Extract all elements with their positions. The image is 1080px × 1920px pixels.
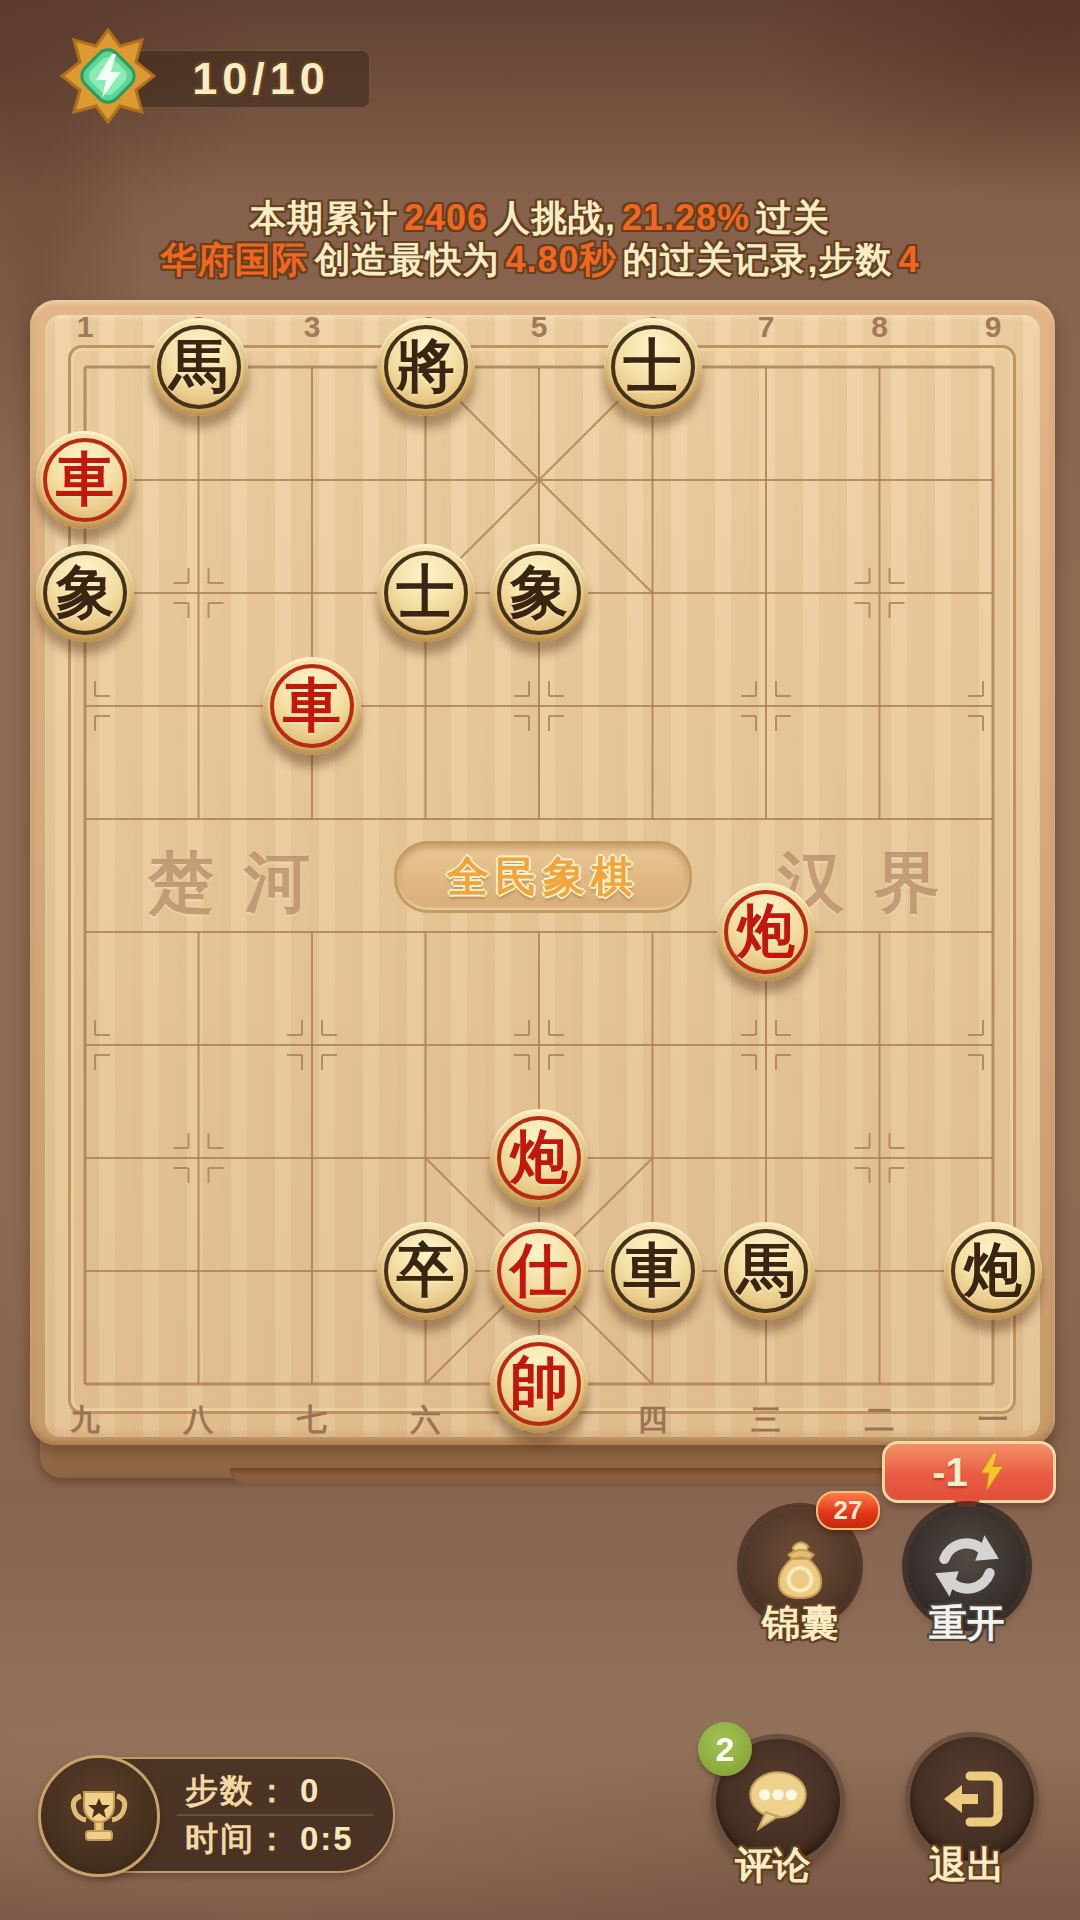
record-stats-line: 华府国际创造最快为4.80秒的过关记录,步数4 (0, 236, 1080, 285)
piece-red-帥-f5r9[interactable]: 帥 (490, 1335, 588, 1433)
stats1-challengers: 2406 (404, 197, 488, 238)
stats2-steps: 4 (899, 239, 920, 280)
restart-cost-value: -1 (932, 1450, 968, 1495)
steps-value: 0 (300, 1772, 320, 1809)
steps-label: 步数： (185, 1772, 290, 1809)
piece-glyph: 卒 (397, 1241, 455, 1299)
piece-black-馬-f2r0[interactable]: 馬 (150, 318, 248, 416)
comments-label: 评论 (705, 1840, 841, 1891)
energy-counter[interactable]: 10/10 (60, 28, 380, 124)
piece-glyph: 馬 (170, 337, 228, 395)
piece-black-炮-f9r8[interactable]: 炮 (944, 1222, 1042, 1320)
piece-black-象-f1r2[interactable]: 象 (36, 544, 134, 642)
piece-red-車-f3r3[interactable]: 車 (263, 657, 361, 755)
restart-cost-badge: -1 (882, 1441, 1056, 1503)
river-label-left: 楚河 (148, 838, 340, 928)
restart-label: 重开 (903, 1598, 1031, 1649)
piece-glyph: 將 (397, 337, 455, 395)
piece-red-車-f1r1[interactable]: 車 (36, 431, 134, 529)
piece-red-炮-f7r5[interactable]: 炮 (717, 883, 815, 981)
file-label-bottom-八: 八 (169, 1400, 229, 1441)
file-label-bottom-三: 三 (736, 1400, 796, 1441)
time-row: 时间：0:5 (185, 1815, 385, 1863)
piece-black-象-f5r2[interactable]: 象 (490, 544, 588, 642)
piece-glyph: 象 (510, 563, 568, 621)
piece-black-卒-f4r8[interactable]: 卒 (377, 1222, 475, 1320)
file-label-top-1: 1 (55, 310, 115, 344)
piece-glyph: 炮 (737, 902, 795, 960)
piece-glyph: 車 (283, 676, 341, 734)
exit-label: 退出 (899, 1840, 1035, 1891)
piece-glyph: 炮 (510, 1128, 568, 1186)
energy-gem-icon (60, 28, 156, 124)
piece-glyph: 士 (624, 337, 682, 395)
app-title-text: 全民象棋 (447, 849, 639, 905)
piece-glyph: 象 (56, 563, 114, 621)
trophy-badge (38, 1755, 160, 1877)
piece-black-士-f6r0[interactable]: 士 (604, 318, 702, 416)
xiangqi-board[interactable]: 123456789 九八七六五四三二一 楚河 汉界 全民象棋 馬將士象士象卒車馬… (30, 300, 1055, 1490)
stats2-time: 4.80秒 (505, 239, 616, 280)
stats1-prefix: 本期累计 (250, 197, 398, 238)
file-label-bottom-九: 九 (55, 1400, 115, 1441)
file-label-top-7: 7 (736, 310, 796, 344)
file-label-top-5: 5 (509, 310, 569, 344)
speech-bubble-icon (740, 1763, 816, 1839)
piece-black-馬-f7r8[interactable]: 馬 (717, 1222, 815, 1320)
stats1-suffix: 过关 (756, 197, 830, 238)
trophy-icon (67, 1784, 131, 1848)
energy-value: 10/10 (152, 50, 370, 108)
file-label-bottom-六: 六 (396, 1400, 456, 1441)
file-label-top-9: 9 (963, 310, 1023, 344)
piece-red-炮-f5r7[interactable]: 炮 (490, 1109, 588, 1207)
file-label-bottom-一: 一 (963, 1400, 1023, 1441)
piece-glyph: 士 (397, 563, 455, 621)
stats1-passrate: 21.28% (622, 197, 750, 238)
hint-count-badge: 27 (816, 1491, 880, 1530)
file-label-top-3: 3 (282, 310, 342, 344)
file-label-bottom-四: 四 (623, 1400, 683, 1441)
comments-count-badge: 2 (698, 1722, 752, 1776)
exit-icon (936, 1763, 1008, 1835)
piece-glyph: 車 (624, 1241, 682, 1299)
piece-glyph: 車 (56, 450, 114, 508)
stats2-mid1: 创造最快为 (314, 239, 499, 280)
pouch-icon (766, 1532, 834, 1600)
piece-black-士-f4r2[interactable]: 士 (377, 544, 475, 642)
lightning-icon (978, 1453, 1006, 1491)
piece-red-仕-f5r8[interactable]: 仕 (490, 1222, 588, 1320)
stats2-mid2: 的过关记录,步数 (623, 239, 893, 280)
piece-black-車-f6r8[interactable]: 車 (604, 1222, 702, 1320)
piece-glyph: 炮 (964, 1241, 1022, 1299)
time-label: 时间： (185, 1820, 290, 1857)
stats2-player: 华府国际 (160, 239, 308, 280)
piece-black-將-f4r0[interactable]: 將 (377, 318, 475, 416)
hint-label: 锦囊 (736, 1598, 864, 1649)
piece-glyph: 帥 (510, 1354, 568, 1412)
game-stats-panel: 步数：0 时间：0:5 (55, 1757, 395, 1873)
file-label-bottom-七: 七 (282, 1400, 342, 1441)
piece-glyph: 馬 (737, 1241, 795, 1299)
stats1-mid: 人挑战, (494, 197, 616, 238)
file-label-bottom-二: 二 (850, 1400, 910, 1441)
time-value: 0:5 (300, 1820, 354, 1857)
file-label-top-8: 8 (850, 310, 910, 344)
app-title-badge: 全民象棋 (394, 841, 692, 913)
piece-glyph: 仕 (510, 1241, 568, 1299)
restart-icon (929, 1528, 1005, 1604)
steps-row: 步数：0 (185, 1767, 385, 1815)
